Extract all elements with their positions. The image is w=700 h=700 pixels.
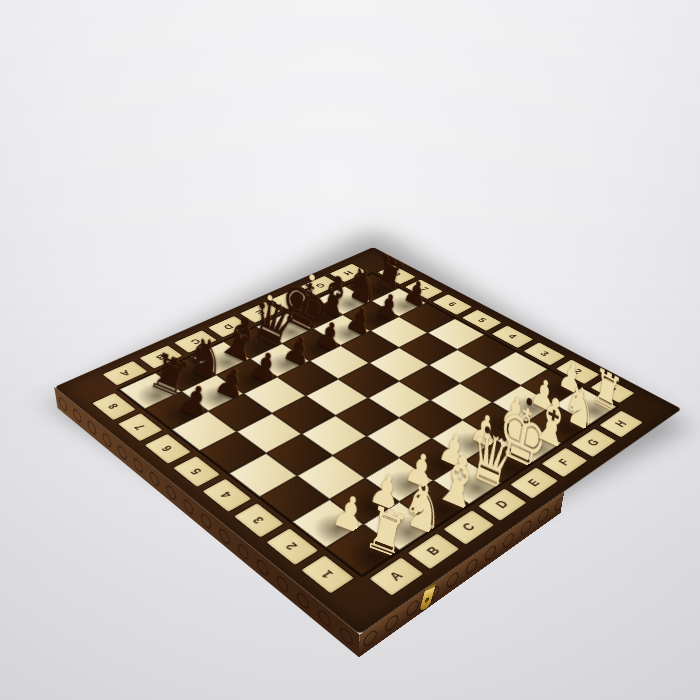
brass-latch-near-a [419,584,436,612]
playing-field: ♜♞♝♛♚♝♞♜♟♟♟♟♟♟♟♟♟♟♟♟♟♟♟♟♜♞♝♛♚♝♞♜ [116,272,619,577]
backdrop: ABCDEFGH ABCDEFGH 87654321 87654321 ♜♞♝♛… [0,0,700,700]
coord-rank-left-8: 8 [92,393,136,420]
brass-latch-near-h [645,428,655,452]
latch-hole [648,439,651,445]
latch-hole [424,597,429,604]
chess-board: ABCDEFGH ABCDEFGH 87654321 87654321 ♜♞♝♛… [54,247,682,635]
square-d4[interactable] [336,398,400,436]
